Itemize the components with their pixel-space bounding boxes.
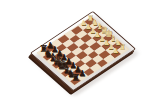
chess-board [30,11,136,91]
chess-set-photo: ♜♞♝♛♚♝♞♜♟♟♟♟♟♟♟♟♟♟♟♟♟♟♟♟♜♞♝♛♚♝♞♜ [0,0,159,102]
